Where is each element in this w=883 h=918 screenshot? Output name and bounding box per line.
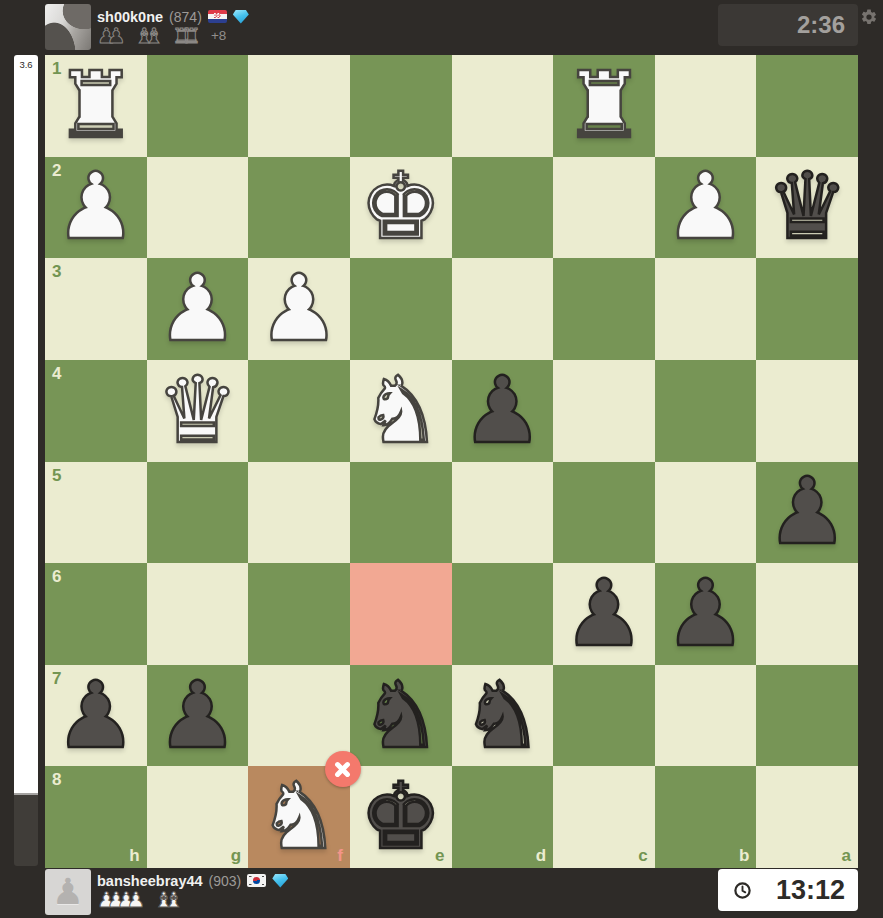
captured-pieces-bottom: ♟♟♟♟♝♝ [97, 891, 288, 909]
captured-pawn-icon: ♟ [126, 891, 145, 909]
square-f8[interactable]: f♞ [248, 766, 350, 868]
square-h2[interactable]: 2♟ [45, 157, 147, 259]
evaluation-bar: 3.6 [14, 55, 38, 866]
clock-bottom-time: 13:12 [776, 875, 845, 906]
black-pawn-g7[interactable]: ♟ [147, 665, 249, 767]
captured-bishop-group: ♝♝ [154, 891, 183, 909]
white-rook-c1[interactable]: ♜ [553, 55, 655, 157]
square-g2[interactable] [147, 157, 249, 259]
square-c5[interactable] [553, 462, 655, 564]
square-e2[interactable]: ♚ [350, 157, 452, 259]
square-d2[interactable] [452, 157, 554, 259]
file-label-c: c [638, 846, 647, 866]
rank-label-5: 5 [52, 466, 61, 486]
square-d1[interactable] [452, 55, 554, 157]
captured-bishop-icon: ♝ [164, 891, 183, 909]
square-g6[interactable] [147, 563, 249, 665]
file-label-a: a [842, 846, 851, 866]
square-d3[interactable] [452, 258, 554, 360]
file-label-b: b [739, 846, 749, 866]
white-queen-g4[interactable]: ♛ [147, 360, 249, 462]
square-g5[interactable] [147, 462, 249, 564]
black-knight-e7[interactable]: ♞ [350, 665, 452, 767]
square-c2[interactable] [553, 157, 655, 259]
square-g7[interactable]: ♟ [147, 665, 249, 767]
square-e3[interactable] [350, 258, 452, 360]
square-h5[interactable]: 5 [45, 462, 147, 564]
player-name-bottom[interactable]: bansheebray44 [97, 873, 203, 889]
captured-pawn-group: ♟♟ [97, 27, 126, 45]
black-pawn-b6[interactable]: ♟ [655, 563, 757, 665]
square-b2[interactable]: ♟ [655, 157, 757, 259]
black-pawn-a5[interactable]: ♟ [756, 462, 858, 564]
rank-label-6: 6 [52, 567, 61, 587]
chess-board[interactable]: 1♜♜2♟♚♟♛3♟♟4♛♞♟5♟6♟♟7♟♟♞♞8hgf♞e♚dcba [45, 55, 858, 868]
evaluation-white-portion: 3.6 [14, 55, 38, 793]
rank-label-1: 1 [52, 59, 61, 79]
square-d4[interactable]: ♟ [452, 360, 554, 462]
square-a3[interactable] [756, 258, 858, 360]
clock-bottom: 13:12 [718, 869, 858, 911]
player-info-top: sh00k0ne (874) ♟♟♝♝♜♜+8 [97, 8, 249, 45]
square-a4[interactable] [756, 360, 858, 462]
square-e7[interactable]: ♞ [350, 665, 452, 767]
diamond-membership-icon [272, 874, 288, 888]
square-b8[interactable]: b [655, 766, 757, 868]
white-pawn-b2[interactable]: ♟ [655, 157, 757, 259]
square-e4[interactable]: ♞ [350, 360, 452, 462]
square-a5[interactable]: ♟ [756, 462, 858, 564]
diamond-membership-icon [233, 10, 249, 24]
avatar-bottom-player[interactable]: ♟ [45, 869, 91, 915]
black-pawn-c6[interactable]: ♟ [553, 563, 655, 665]
rank-label-4: 4 [52, 364, 61, 384]
white-pawn-f3[interactable]: ♟ [248, 258, 350, 360]
square-a1[interactable] [756, 55, 858, 157]
square-b5[interactable] [655, 462, 757, 564]
default-pawn-avatar-icon: ♟ [52, 874, 84, 910]
square-b3[interactable] [655, 258, 757, 360]
square-e6[interactable] [350, 563, 452, 665]
south-korea-flag-icon [247, 874, 266, 887]
square-h6[interactable]: 6 [45, 563, 147, 665]
evaluation-score: 3.6 [19, 59, 32, 793]
black-pawn-d4[interactable]: ♟ [452, 360, 554, 462]
avatar-top-player[interactable] [45, 4, 91, 50]
square-d8[interactable]: d [452, 766, 554, 868]
square-c3[interactable] [553, 258, 655, 360]
white-king-e2[interactable]: ♚ [350, 157, 452, 259]
square-c1[interactable]: ♜ [553, 55, 655, 157]
square-b7[interactable] [655, 665, 757, 767]
square-e5[interactable] [350, 462, 452, 564]
square-g1[interactable] [147, 55, 249, 157]
square-d6[interactable] [452, 563, 554, 665]
square-a8[interactable]: a [756, 766, 858, 868]
clock-top: 2:36 [718, 4, 858, 46]
square-f6[interactable] [248, 563, 350, 665]
square-b4[interactable] [655, 360, 757, 462]
square-e1[interactable] [350, 55, 452, 157]
captured-pawn-icon: ♟ [107, 27, 126, 45]
square-f5[interactable] [248, 462, 350, 564]
player-info-bottom: bansheebray44 (903) ♟♟♟♟♝♝ [97, 872, 288, 909]
square-b6[interactable]: ♟ [655, 563, 757, 665]
square-b1[interactable] [655, 55, 757, 157]
black-knight-d7[interactable]: ♞ [452, 665, 554, 767]
square-e8[interactable]: e♚ [350, 766, 452, 868]
file-label-d: d [536, 846, 546, 866]
square-c7[interactable] [553, 665, 655, 767]
square-h7[interactable]: 7♟ [45, 665, 147, 767]
move-x-badge [325, 751, 361, 787]
square-g4[interactable]: ♛ [147, 360, 249, 462]
square-h1[interactable]: 1♜ [45, 55, 147, 157]
square-g8[interactable]: g [147, 766, 249, 868]
rank-label-3: 3 [52, 262, 61, 282]
captured-rook-icon: ♜ [182, 27, 201, 45]
white-knight-e4[interactable]: ♞ [350, 360, 452, 462]
rank-label-2: 2 [52, 161, 61, 181]
rank-label-8: 8 [52, 770, 61, 790]
white-pawn-g3[interactable]: ♟ [147, 258, 249, 360]
square-h3[interactable]: 3 [45, 258, 147, 360]
player-name-top[interactable]: sh00k0ne [97, 9, 163, 25]
player-rating-top: (874) [169, 9, 202, 25]
square-f1[interactable] [248, 55, 350, 157]
rank-label-7: 7 [52, 669, 61, 689]
player-rating-bottom: (903) [209, 873, 242, 889]
captured-rook-group: ♜♜ [172, 27, 201, 45]
croatia-flag-icon [208, 10, 227, 23]
square-d5[interactable] [452, 462, 554, 564]
square-h4[interactable]: 4 [45, 360, 147, 462]
settings-gear-icon[interactable] [860, 8, 878, 26]
square-f3[interactable]: ♟ [248, 258, 350, 360]
captured-bishop-group: ♝♝ [135, 27, 164, 45]
square-d7[interactable]: ♞ [452, 665, 554, 767]
file-label-f: f [337, 846, 343, 866]
square-a7[interactable] [756, 665, 858, 767]
clock-top-time: 2:36 [797, 11, 845, 39]
square-c8[interactable]: c [553, 766, 655, 868]
square-a2[interactable]: ♛ [756, 157, 858, 259]
black-queen-a2[interactable]: ♛ [756, 157, 858, 259]
square-g3[interactable]: ♟ [147, 258, 249, 360]
captured-bishop-icon: ♝ [144, 27, 163, 45]
square-c4[interactable] [553, 360, 655, 462]
file-label-h: h [129, 846, 139, 866]
file-label-e: e [435, 846, 444, 866]
square-c6[interactable]: ♟ [553, 563, 655, 665]
captured-pawn-group: ♟♟♟♟ [97, 891, 145, 909]
material-advantage: +8 [211, 27, 226, 45]
square-f7[interactable] [248, 665, 350, 767]
square-f2[interactable] [248, 157, 350, 259]
square-a6[interactable] [756, 563, 858, 665]
square-f4[interactable] [248, 360, 350, 462]
chess-game-screen: sh00k0ne (874) ♟♟♝♝♜♜+8 2:36 3.6 1♜♜2♟♚♟… [0, 0, 883, 918]
clock-icon [733, 881, 752, 900]
evaluation-black-portion [14, 793, 38, 866]
file-label-g: g [231, 846, 241, 866]
captured-pieces-top: ♟♟♝♝♜♜+8 [97, 27, 249, 45]
square-h8[interactable]: 8h [45, 766, 147, 868]
